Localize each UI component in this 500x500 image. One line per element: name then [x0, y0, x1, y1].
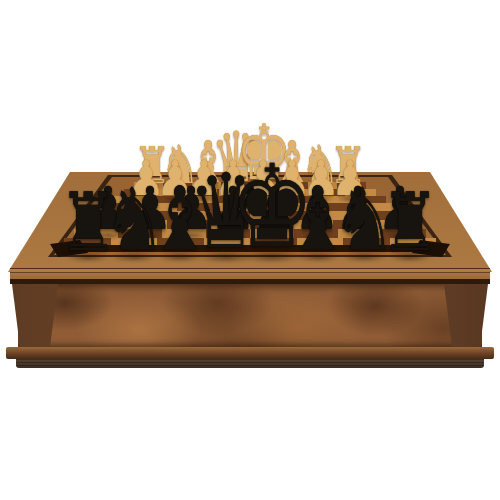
pieces-layer: ♜♞♝♛♚♝♞♜♟♟♟♟♟♟♟♟♟♟♟♟♟♟♟♟♜♞♝♛♚♝♞♜	[0, 0, 500, 500]
chess-set-photo: ♜♞♝♛♚♝♞♜♟♟♟♟♟♟♟♟♟♟♟♟♟♟♟♟♜♞♝♛♚♝♞♜	[0, 0, 500, 500]
piece-black-rook[interactable]: ♜	[380, 182, 439, 263]
